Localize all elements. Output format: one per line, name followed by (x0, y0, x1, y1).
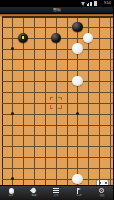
board-gridline-horizontal (2, 103, 114, 104)
toolbar-label: 落子 (9, 194, 14, 196)
star-point (11, 47, 14, 50)
white-stone-L17 (83, 33, 93, 43)
toolbar-item-1[interactable]: 落子 (0, 186, 23, 200)
board-gridline-horizontal (2, 27, 114, 28)
dice-pip (105, 182, 107, 184)
board-gridline-horizontal (2, 70, 114, 71)
star-point (11, 177, 14, 180)
black-stone-E17 (18, 33, 28, 43)
board-gridline-horizontal (2, 157, 114, 158)
star-point (76, 112, 79, 115)
star-point (11, 112, 14, 115)
toolbar-item-5[interactable]: 设置 (90, 186, 113, 200)
cursor-bracket-br (58, 105, 62, 109)
wifi-icon (81, 2, 85, 6)
toolbar-item-4[interactable]: 标记 (68, 186, 91, 200)
cursor-bracket-bl (50, 105, 54, 109)
go-board[interactable] (0, 14, 113, 200)
toolbar-item-3[interactable]: 菜单 (45, 186, 68, 200)
phone-screen: 9:54 围棋 落子悔棋菜单标记设置 (0, 0, 113, 200)
board-gridline-vertical (56, 16, 57, 200)
white-stone-K16 (72, 43, 82, 53)
last-move-marker (21, 35, 26, 40)
board-gridline-vertical (67, 16, 68, 200)
board-gridline-vertical (88, 16, 89, 200)
cursor-bracket-tl (50, 97, 54, 101)
black-stone-K18 (72, 22, 82, 32)
board-gridline-horizontal (2, 114, 114, 115)
toolbar-label: 菜单 (54, 194, 59, 196)
board-gridline-horizontal (2, 135, 114, 136)
board-gridline-horizontal (2, 49, 114, 50)
board-gridline-horizontal (2, 59, 114, 60)
board-gridline-vertical (12, 16, 13, 200)
white-stone-K4 (72, 174, 82, 184)
board-gridline-vertical (34, 16, 35, 200)
toolbar-label: 悔棋 (31, 194, 36, 196)
board-gridline-vertical (2, 16, 3, 200)
toolbar: 落子悔棋菜单标记设置 (0, 185, 113, 200)
battery-icon (94, 1, 97, 6)
board-gridline-horizontal (2, 168, 114, 169)
black-stone-H17 (51, 33, 61, 43)
white-stone-K13 (72, 76, 82, 86)
status-time: 9:54 (104, 1, 111, 5)
board-gridline-horizontal (2, 125, 114, 126)
board-gridline-vertical (99, 16, 100, 200)
board-gridline-horizontal (2, 16, 114, 18)
status-bar: 9:54 (0, 0, 113, 7)
board-gridline-vertical (110, 16, 111, 200)
app-title: 围棋 (53, 8, 61, 12)
toolbar-label: 标记 (77, 194, 82, 196)
toolbar-item-2[interactable]: 悔棋 (23, 186, 46, 200)
board-gridline-horizontal (2, 92, 114, 93)
title-bar: 围棋 (0, 7, 113, 14)
board-gridline-vertical (23, 16, 24, 200)
board-gridline-vertical (45, 16, 46, 200)
board-gridline-horizontal (2, 81, 114, 82)
signal-strength-icon (87, 2, 93, 6)
board-gridline-horizontal (2, 146, 114, 147)
cursor-bracket-tr (58, 97, 62, 101)
toolbar-label: 设置 (99, 194, 104, 196)
board-gridline-horizontal (2, 179, 114, 180)
